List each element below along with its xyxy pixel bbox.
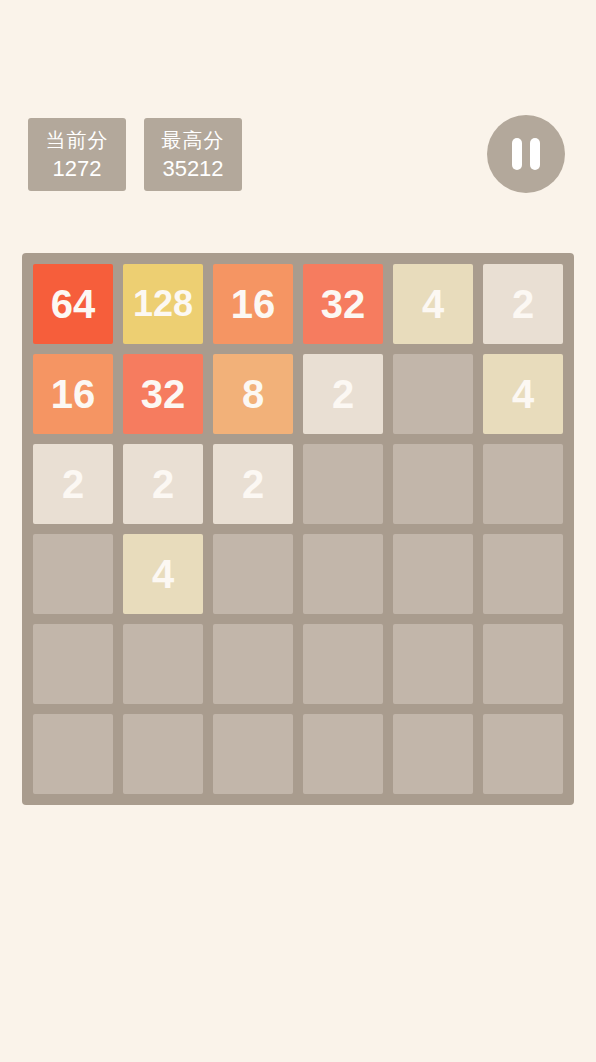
tile-128: 128 [123, 264, 203, 344]
empty-cell [33, 624, 113, 704]
empty-cell [123, 714, 203, 794]
empty-cell [483, 534, 563, 614]
empty-cell [213, 714, 293, 794]
tile-2: 2 [483, 264, 563, 344]
best-score-label: 最高分 [157, 127, 229, 154]
tile-2: 2 [213, 444, 293, 524]
empty-cell [303, 624, 383, 704]
tile-2: 2 [33, 444, 113, 524]
pause-icon [530, 138, 540, 170]
tile-4: 4 [393, 264, 473, 344]
current-score-label: 当前分 [41, 127, 113, 154]
empty-cell [123, 624, 203, 704]
empty-cell [393, 624, 473, 704]
game-screen: 当前分 1272 最高分 35212 641281632421632824222… [0, 0, 596, 1062]
pause-button[interactable] [487, 115, 565, 193]
empty-cell [303, 714, 383, 794]
tile-2: 2 [303, 354, 383, 434]
tile-2: 2 [123, 444, 203, 524]
empty-cell [213, 534, 293, 614]
tile-16: 16 [213, 264, 293, 344]
tile-8: 8 [213, 354, 293, 434]
empty-cell [483, 624, 563, 704]
tile-32: 32 [303, 264, 383, 344]
empty-cell [393, 354, 473, 434]
empty-cell [483, 444, 563, 524]
empty-cell [483, 714, 563, 794]
empty-cell [33, 534, 113, 614]
empty-cell [303, 534, 383, 614]
empty-cell [33, 714, 113, 794]
tile-4: 4 [483, 354, 563, 434]
best-score-box: 最高分 35212 [144, 118, 242, 191]
current-score-box: 当前分 1272 [28, 118, 126, 191]
board[interactable]: 6412816324216328242224 [22, 253, 574, 805]
tile-16: 16 [33, 354, 113, 434]
empty-cell [393, 714, 473, 794]
empty-cell [213, 624, 293, 704]
tile-64: 64 [33, 264, 113, 344]
empty-cell [393, 534, 473, 614]
current-score-value: 1272 [41, 154, 113, 183]
tile-4: 4 [123, 534, 203, 614]
pause-icon [512, 138, 522, 170]
best-score-value: 35212 [157, 154, 229, 183]
empty-cell [303, 444, 383, 524]
tile-32: 32 [123, 354, 203, 434]
empty-cell [393, 444, 473, 524]
